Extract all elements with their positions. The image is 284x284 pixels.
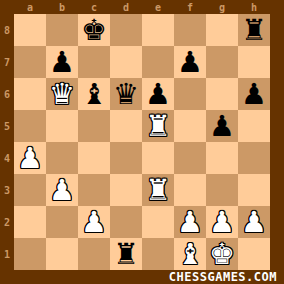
- square-d3: [110, 174, 142, 206]
- square-g4: [206, 142, 238, 174]
- white-pawn-h2: ♟: [241, 206, 267, 238]
- square-f3: [174, 174, 206, 206]
- black-pawn-f7: ♟: [177, 46, 203, 78]
- square-c8: ♚: [78, 14, 110, 46]
- square-e1: [142, 238, 174, 270]
- square-d4: [110, 142, 142, 174]
- black-pawn-e6: ♟: [145, 78, 171, 110]
- square-d5: [110, 110, 142, 142]
- square-a5: [14, 110, 46, 142]
- square-g7: [206, 46, 238, 78]
- rank-label-5: 5: [0, 110, 14, 142]
- square-a6: [14, 78, 46, 110]
- white-pawn-g2: ♟: [209, 206, 235, 238]
- square-h8: ♜: [238, 14, 270, 46]
- rank-label-1: 1: [0, 238, 14, 270]
- square-h2: ♟: [238, 206, 270, 238]
- square-f2: ♟: [174, 206, 206, 238]
- square-h1: [238, 238, 270, 270]
- rank-label-7: 7: [0, 46, 14, 78]
- file-labels: abcdefgh: [14, 0, 270, 14]
- chess-board: ♚♜♟♟♛♝♛♟♟♜♟♟♟♜♟♟♟♟♜♝♚: [14, 14, 270, 270]
- square-c7: [78, 46, 110, 78]
- file-label-c: c: [78, 0, 110, 14]
- square-d8: [110, 14, 142, 46]
- white-rook-e5: ♜: [145, 110, 171, 142]
- square-g8: [206, 14, 238, 46]
- square-b3: ♟: [46, 174, 78, 206]
- square-h6: ♟: [238, 78, 270, 110]
- square-h3: [238, 174, 270, 206]
- black-queen-d6: ♛: [113, 78, 139, 110]
- black-king-c8: ♚: [81, 14, 107, 46]
- square-h4: [238, 142, 270, 174]
- square-f5: [174, 110, 206, 142]
- square-e8: [142, 14, 174, 46]
- square-a7: [14, 46, 46, 78]
- square-b6: ♛: [46, 78, 78, 110]
- square-c5: [78, 110, 110, 142]
- white-pawn-b3: ♟: [49, 174, 75, 206]
- file-label-g: g: [206, 0, 238, 14]
- square-c1: [78, 238, 110, 270]
- square-g6: [206, 78, 238, 110]
- white-bishop-f1: ♝: [177, 238, 203, 270]
- square-b4: [46, 142, 78, 174]
- square-b5: [46, 110, 78, 142]
- file-label-h: h: [238, 0, 270, 14]
- black-pawn-b7: ♟: [49, 46, 75, 78]
- square-h5: [238, 110, 270, 142]
- square-c4: [78, 142, 110, 174]
- black-pawn-h6: ♟: [241, 78, 267, 110]
- rank-label-6: 6: [0, 78, 14, 110]
- square-g3: [206, 174, 238, 206]
- file-label-d: d: [110, 0, 142, 14]
- square-g5: ♟: [206, 110, 238, 142]
- white-queen-b6: ♛: [49, 78, 75, 110]
- square-f8: [174, 14, 206, 46]
- square-c2: ♟: [78, 206, 110, 238]
- square-f6: [174, 78, 206, 110]
- square-d1: ♜: [110, 238, 142, 270]
- chess-board-diagram: abcdefgh 87654321 ♚♜♟♟♛♝♛♟♟♜♟♟♟♜♟♟♟♟♜♝♚ …: [0, 0, 284, 284]
- square-b2: [46, 206, 78, 238]
- branding-text: CHESSGAMES.COM: [169, 270, 277, 284]
- rank-label-2: 2: [0, 206, 14, 238]
- square-b1: [46, 238, 78, 270]
- square-g2: ♟: [206, 206, 238, 238]
- square-h7: [238, 46, 270, 78]
- square-e4: [142, 142, 174, 174]
- square-e7: [142, 46, 174, 78]
- square-e3: ♜: [142, 174, 174, 206]
- rank-label-3: 3: [0, 174, 14, 206]
- square-d6: ♛: [110, 78, 142, 110]
- square-a2: [14, 206, 46, 238]
- square-e5: ♜: [142, 110, 174, 142]
- square-a4: ♟: [14, 142, 46, 174]
- white-pawn-c2: ♟: [81, 206, 107, 238]
- rank-label-4: 4: [0, 142, 14, 174]
- rank-labels: 87654321: [0, 14, 14, 270]
- square-e2: [142, 206, 174, 238]
- square-d2: [110, 206, 142, 238]
- file-label-e: e: [142, 0, 174, 14]
- square-d7: [110, 46, 142, 78]
- square-b7: ♟: [46, 46, 78, 78]
- black-rook-d1: ♜: [113, 238, 139, 270]
- white-pawn-f2: ♟: [177, 206, 203, 238]
- black-bishop-c6: ♝: [81, 78, 107, 110]
- square-b8: [46, 14, 78, 46]
- black-rook-h8: ♜: [241, 14, 267, 46]
- square-c6: ♝: [78, 78, 110, 110]
- file-label-a: a: [14, 0, 46, 14]
- square-e6: ♟: [142, 78, 174, 110]
- rank-label-8: 8: [0, 14, 14, 46]
- black-pawn-g5: ♟: [209, 110, 235, 142]
- file-label-b: b: [46, 0, 78, 14]
- white-rook-e3: ♜: [145, 174, 171, 206]
- file-label-f: f: [174, 0, 206, 14]
- square-a8: [14, 14, 46, 46]
- square-g1: ♚: [206, 238, 238, 270]
- square-f1: ♝: [174, 238, 206, 270]
- square-f7: ♟: [174, 46, 206, 78]
- square-a3: [14, 174, 46, 206]
- square-a1: [14, 238, 46, 270]
- square-f4: [174, 142, 206, 174]
- white-pawn-a4: ♟: [17, 142, 43, 174]
- square-c3: [78, 174, 110, 206]
- white-king-g1: ♚: [209, 238, 235, 270]
